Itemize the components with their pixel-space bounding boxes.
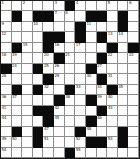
white-cell[interactable]: [33, 32, 44, 42]
white-cell[interactable]: 54: [1, 148, 12, 158]
white-cell[interactable]: [118, 95, 129, 105]
white-cell[interactable]: [128, 106, 139, 116]
white-cell[interactable]: 16: [54, 43, 65, 53]
clue-number: 24: [12, 64, 17, 68]
white-cell[interactable]: [22, 106, 33, 116]
clue-number: 14: [118, 32, 123, 36]
white-cell[interactable]: [118, 116, 129, 126]
white-cell[interactable]: [54, 127, 65, 137]
white-cell[interactable]: [22, 64, 33, 74]
white-cell[interactable]: [43, 148, 54, 158]
clue-number: 35: [118, 85, 123, 89]
white-cell[interactable]: [65, 106, 76, 116]
clue-number: 34: [97, 85, 102, 89]
clue-number: 16: [55, 43, 60, 47]
clue-number: 6: [129, 1, 131, 5]
white-cell[interactable]: [118, 64, 129, 74]
white-cell[interactable]: [86, 106, 97, 116]
clue-number: 31: [108, 74, 113, 78]
black-cell: [118, 137, 129, 147]
white-cell[interactable]: 5: [107, 1, 118, 11]
white-cell[interactable]: [65, 137, 76, 147]
white-cell[interactable]: [65, 74, 76, 84]
clue-number: 36: [2, 95, 7, 99]
white-cell[interactable]: 23: [128, 53, 139, 63]
clue-number: 46: [97, 116, 102, 120]
white-cell[interactable]: [97, 1, 108, 11]
white-cell[interactable]: 49: [1, 137, 12, 147]
white-cell[interactable]: 43: [107, 106, 118, 116]
black-cell: [97, 11, 108, 21]
white-cell[interactable]: 29: [54, 74, 65, 84]
clue-number: 22: [108, 53, 113, 57]
white-cell[interactable]: [97, 127, 108, 137]
white-cell[interactable]: [65, 116, 76, 126]
white-cell[interactable]: [128, 148, 139, 158]
white-cell[interactable]: 17: [75, 43, 86, 53]
clue-number: 23: [129, 53, 134, 57]
black-cell: [118, 127, 129, 137]
white-cell[interactable]: 35: [118, 85, 129, 95]
black-cell: [75, 22, 86, 32]
black-cell: [12, 11, 23, 21]
white-cell[interactable]: [75, 53, 86, 63]
black-cell: [118, 11, 129, 21]
white-cell[interactable]: [43, 95, 54, 105]
clue-number: 53: [108, 137, 113, 141]
white-cell[interactable]: [22, 127, 33, 137]
white-cell[interactable]: 1: [1, 1, 12, 11]
black-cell: [97, 32, 108, 42]
clue-number: 38: [65, 95, 70, 99]
white-cell[interactable]: [22, 85, 33, 95]
white-cell[interactable]: [33, 43, 44, 53]
clue-number: 30: [86, 74, 91, 78]
black-cell: [65, 148, 76, 158]
white-cell[interactable]: 7: [54, 11, 65, 21]
white-cell[interactable]: [54, 137, 65, 147]
white-cell[interactable]: [33, 53, 44, 63]
white-cell[interactable]: [12, 74, 23, 84]
white-cell[interactable]: [86, 148, 97, 158]
clue-number: 3: [55, 1, 57, 5]
white-cell[interactable]: [118, 148, 129, 158]
white-cell[interactable]: [128, 64, 139, 74]
white-cell[interactable]: [12, 32, 23, 42]
white-cell[interactable]: [128, 137, 139, 147]
clue-number: 29: [55, 74, 60, 78]
white-cell[interactable]: [22, 148, 33, 158]
white-cell[interactable]: [86, 85, 97, 95]
white-cell[interactable]: 52: [75, 137, 86, 147]
clue-number: 15: [23, 43, 28, 47]
black-cell: [43, 32, 54, 42]
white-cell[interactable]: [22, 95, 33, 105]
white-cell[interactable]: [97, 148, 108, 158]
white-cell[interactable]: 22: [107, 53, 118, 63]
clue-number: 32: [44, 85, 49, 89]
white-cell[interactable]: 39: [97, 95, 108, 105]
white-cell[interactable]: 48: [86, 127, 97, 137]
white-cell[interactable]: 13: [107, 32, 118, 42]
white-cell[interactable]: 55: [75, 148, 86, 158]
white-cell[interactable]: [54, 148, 65, 158]
white-cell[interactable]: [22, 11, 33, 21]
white-cell[interactable]: 53: [107, 137, 118, 147]
white-cell[interactable]: 50: [12, 137, 23, 147]
clue-number: 4: [76, 1, 78, 5]
white-cell[interactable]: 38: [65, 95, 76, 105]
clue-number: 47: [44, 127, 49, 131]
white-cell[interactable]: [118, 106, 129, 116]
clue-number: 13: [108, 32, 113, 36]
white-cell[interactable]: [128, 32, 139, 42]
white-cell[interactable]: [33, 74, 44, 84]
white-cell[interactable]: 28: [1, 74, 12, 84]
clue-number: 10: [33, 22, 38, 26]
white-cell[interactable]: 44: [1, 116, 12, 126]
white-cell[interactable]: [86, 53, 97, 63]
white-cell[interactable]: 8: [65, 11, 76, 21]
clue-number: 11: [86, 22, 91, 26]
clue-number: 12: [2, 32, 7, 36]
white-cell[interactable]: [86, 43, 97, 53]
clue-number: 17: [76, 43, 81, 47]
white-cell[interactable]: [86, 1, 97, 11]
white-cell[interactable]: [128, 85, 139, 95]
white-cell[interactable]: [128, 116, 139, 126]
white-cell[interactable]: [97, 43, 108, 53]
white-cell[interactable]: [75, 64, 86, 74]
black-cell: [43, 11, 54, 21]
clue-number: 26: [55, 64, 60, 68]
white-cell[interactable]: [22, 53, 33, 63]
white-cell[interactable]: [33, 116, 44, 126]
white-cell[interactable]: 45: [54, 116, 65, 126]
white-cell[interactable]: 32: [43, 85, 54, 95]
clue-number: 43: [108, 106, 113, 110]
black-cell: [33, 85, 44, 95]
clue-number: 50: [12, 137, 17, 141]
black-cell: [86, 95, 97, 105]
black-cell: [33, 64, 44, 74]
clue-number: 37: [12, 95, 17, 99]
clue-number: 2: [23, 1, 25, 5]
clue-number: 49: [2, 137, 7, 141]
white-cell[interactable]: 18: [1, 53, 12, 63]
white-cell[interactable]: [12, 116, 23, 126]
clue-number: 55: [76, 148, 81, 152]
white-cell[interactable]: [65, 22, 76, 32]
white-cell[interactable]: [75, 95, 86, 105]
white-cell[interactable]: [12, 148, 23, 158]
clue-number: 51: [44, 137, 49, 141]
black-cell: [43, 106, 54, 116]
white-cell[interactable]: [128, 95, 139, 105]
white-cell[interactable]: [118, 43, 129, 53]
clue-number: 42: [55, 106, 60, 110]
white-cell[interactable]: 15: [22, 43, 33, 53]
white-cell[interactable]: 33: [75, 85, 86, 95]
white-cell[interactable]: [22, 22, 33, 32]
white-cell[interactable]: [54, 85, 65, 95]
white-cell[interactable]: [118, 53, 129, 63]
white-cell[interactable]: [107, 148, 118, 158]
white-cell[interactable]: [33, 148, 44, 158]
white-cell[interactable]: [54, 22, 65, 32]
white-cell[interactable]: [33, 1, 44, 11]
black-cell: [33, 106, 44, 116]
white-cell[interactable]: [128, 74, 139, 84]
black-cell: [86, 137, 97, 147]
clue-number: 48: [86, 127, 91, 131]
white-cell[interactable]: [22, 74, 33, 84]
white-cell[interactable]: [128, 11, 139, 21]
black-cell: [97, 137, 108, 147]
white-cell[interactable]: 2: [22, 1, 33, 11]
white-cell[interactable]: 51: [43, 137, 54, 147]
clue-number: 41: [2, 106, 7, 110]
clue-number: 28: [2, 74, 7, 78]
white-cell[interactable]: 31: [107, 74, 118, 84]
clue-number: 52: [76, 137, 81, 141]
clue-number: 18: [2, 53, 7, 57]
clue-number: 9: [2, 22, 4, 26]
clue-number: 5: [108, 1, 110, 5]
white-cell[interactable]: [12, 22, 23, 32]
white-cell[interactable]: 12: [1, 32, 12, 42]
white-cell[interactable]: [75, 11, 86, 21]
crossword-board: 1234567891011121314151617181920212223242…: [0, 0, 140, 159]
white-cell[interactable]: 21: [65, 53, 76, 63]
white-cell[interactable]: [107, 116, 118, 126]
clue-number: 21: [65, 53, 70, 57]
white-cell[interactable]: [75, 106, 86, 116]
white-cell[interactable]: 10: [33, 22, 44, 32]
white-cell[interactable]: [43, 1, 54, 11]
white-cell[interactable]: [43, 22, 54, 32]
white-cell[interactable]: 4: [75, 1, 86, 11]
clue-number: 44: [2, 116, 7, 120]
white-cell[interactable]: 11: [86, 22, 97, 32]
white-cell[interactable]: [75, 116, 86, 126]
white-cell[interactable]: [12, 106, 23, 116]
white-cell[interactable]: 25: [43, 64, 54, 74]
black-cell: [33, 137, 44, 147]
white-cell[interactable]: 46: [97, 116, 108, 126]
clue-number: 25: [44, 64, 49, 68]
white-cell[interactable]: 37: [12, 95, 23, 105]
white-cell[interactable]: [118, 1, 129, 11]
clue-number: 1: [2, 1, 4, 5]
white-cell[interactable]: [65, 32, 76, 42]
white-cell[interactable]: [33, 95, 44, 105]
clue-number: 39: [97, 95, 102, 99]
white-cell[interactable]: [12, 1, 23, 11]
white-cell[interactable]: [128, 127, 139, 137]
white-cell[interactable]: [128, 22, 139, 32]
clue-number: 33: [76, 85, 81, 89]
white-cell[interactable]: [97, 22, 108, 32]
clue-number: 27: [97, 64, 102, 68]
white-cell[interactable]: 30: [86, 74, 97, 84]
white-cell[interactable]: 14: [118, 32, 129, 42]
white-cell[interactable]: [107, 11, 118, 21]
clue-number: 54: [2, 148, 7, 152]
clue-number: 20: [44, 53, 49, 57]
clue-number: 19: [12, 53, 17, 57]
white-cell[interactable]: [22, 116, 33, 126]
clue-number: 8: [65, 11, 67, 15]
clue-number: 7: [55, 11, 57, 15]
crossword-grid: 1234567891011121314151617181920212223242…: [0, 0, 140, 159]
white-cell[interactable]: [65, 127, 76, 137]
white-cell[interactable]: 24: [12, 64, 23, 74]
white-cell[interactable]: 27: [97, 64, 108, 74]
white-cell[interactable]: [22, 137, 33, 147]
white-cell[interactable]: [86, 32, 97, 42]
clue-number: 40: [108, 95, 113, 99]
clue-number: 45: [55, 116, 60, 120]
black-cell: [33, 127, 44, 137]
white-cell[interactable]: 6: [128, 1, 139, 11]
white-cell[interactable]: [65, 64, 76, 74]
